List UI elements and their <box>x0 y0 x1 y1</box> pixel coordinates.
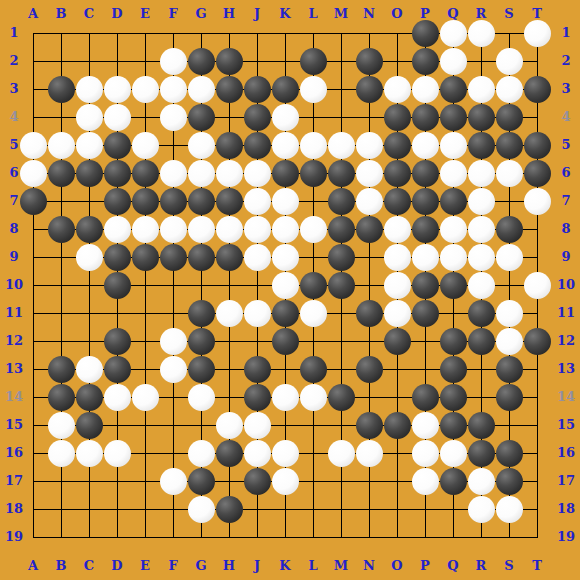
intersection-T6[interactable] <box>523 159 551 187</box>
intersection-G8[interactable] <box>187 215 215 243</box>
intersection-C6[interactable] <box>75 159 103 187</box>
intersection-C11[interactable] <box>75 299 103 327</box>
intersection-G19[interactable] <box>187 523 215 551</box>
intersection-K17[interactable] <box>271 467 299 495</box>
intersection-R14[interactable] <box>467 383 495 411</box>
intersection-S16[interactable] <box>495 439 523 467</box>
intersection-R18[interactable] <box>467 495 495 523</box>
intersection-N5[interactable] <box>355 131 383 159</box>
intersection-C3[interactable] <box>75 75 103 103</box>
intersection-M2[interactable] <box>327 47 355 75</box>
intersection-H2[interactable] <box>215 47 243 75</box>
intersection-M6[interactable] <box>327 159 355 187</box>
intersection-E11[interactable] <box>131 299 159 327</box>
intersection-J17[interactable] <box>243 467 271 495</box>
intersection-G9[interactable] <box>187 243 215 271</box>
intersection-C18[interactable] <box>75 495 103 523</box>
intersection-S15[interactable] <box>495 411 523 439</box>
intersection-E15[interactable] <box>131 411 159 439</box>
intersection-C1[interactable] <box>75 19 103 47</box>
intersection-T4[interactable] <box>523 103 551 131</box>
intersection-M13[interactable] <box>327 355 355 383</box>
intersection-H9[interactable] <box>215 243 243 271</box>
intersection-F2[interactable] <box>159 47 187 75</box>
intersection-H15[interactable] <box>215 411 243 439</box>
intersection-N8[interactable] <box>355 215 383 243</box>
intersection-M3[interactable] <box>327 75 355 103</box>
intersection-K5[interactable] <box>271 131 299 159</box>
intersection-H19[interactable] <box>215 523 243 551</box>
intersection-P14[interactable] <box>411 383 439 411</box>
intersection-E19[interactable] <box>131 523 159 551</box>
intersection-N2[interactable] <box>355 47 383 75</box>
intersection-R7[interactable] <box>467 187 495 215</box>
intersection-S5[interactable] <box>495 131 523 159</box>
intersection-D2[interactable] <box>103 47 131 75</box>
intersection-R15[interactable] <box>467 411 495 439</box>
intersection-P10[interactable] <box>411 271 439 299</box>
intersection-F5[interactable] <box>159 131 187 159</box>
intersection-H18[interactable] <box>215 495 243 523</box>
intersection-A15[interactable] <box>19 411 47 439</box>
intersection-N11[interactable] <box>355 299 383 327</box>
intersection-O13[interactable] <box>383 355 411 383</box>
intersection-N10[interactable] <box>355 271 383 299</box>
intersection-D17[interactable] <box>103 467 131 495</box>
intersection-E14[interactable] <box>131 383 159 411</box>
intersection-B17[interactable] <box>47 467 75 495</box>
intersection-T18[interactable] <box>523 495 551 523</box>
intersection-M7[interactable] <box>327 187 355 215</box>
intersection-T16[interactable] <box>523 439 551 467</box>
intersection-L13[interactable] <box>299 355 327 383</box>
intersection-K3[interactable] <box>271 75 299 103</box>
intersection-K7[interactable] <box>271 187 299 215</box>
intersection-F3[interactable] <box>159 75 187 103</box>
intersection-H14[interactable] <box>215 383 243 411</box>
intersection-L19[interactable] <box>299 523 327 551</box>
intersection-N18[interactable] <box>355 495 383 523</box>
intersection-B7[interactable] <box>47 187 75 215</box>
intersection-G4[interactable] <box>187 103 215 131</box>
intersection-K19[interactable] <box>271 523 299 551</box>
intersection-S7[interactable] <box>495 187 523 215</box>
intersection-T11[interactable] <box>523 299 551 327</box>
intersection-A3[interactable] <box>19 75 47 103</box>
intersection-N7[interactable] <box>355 187 383 215</box>
intersection-A13[interactable] <box>19 355 47 383</box>
intersection-H17[interactable] <box>215 467 243 495</box>
intersection-H3[interactable] <box>215 75 243 103</box>
intersection-G13[interactable] <box>187 355 215 383</box>
intersection-H13[interactable] <box>215 355 243 383</box>
intersection-J3[interactable] <box>243 75 271 103</box>
intersection-A8[interactable] <box>19 215 47 243</box>
intersection-D13[interactable] <box>103 355 131 383</box>
intersection-O4[interactable] <box>383 103 411 131</box>
intersection-S2[interactable] <box>495 47 523 75</box>
intersection-S6[interactable] <box>495 159 523 187</box>
intersection-Q13[interactable] <box>439 355 467 383</box>
intersection-H12[interactable] <box>215 327 243 355</box>
intersection-B6[interactable] <box>47 159 75 187</box>
intersection-N9[interactable] <box>355 243 383 271</box>
intersection-R1[interactable] <box>467 19 495 47</box>
intersection-M14[interactable] <box>327 383 355 411</box>
intersection-F14[interactable] <box>159 383 187 411</box>
intersection-N16[interactable] <box>355 439 383 467</box>
intersection-E13[interactable] <box>131 355 159 383</box>
intersection-E10[interactable] <box>131 271 159 299</box>
intersection-M12[interactable] <box>327 327 355 355</box>
intersection-D16[interactable] <box>103 439 131 467</box>
intersection-G10[interactable] <box>187 271 215 299</box>
intersection-G3[interactable] <box>187 75 215 103</box>
intersection-J1[interactable] <box>243 19 271 47</box>
intersection-C16[interactable] <box>75 439 103 467</box>
intersection-A16[interactable] <box>19 439 47 467</box>
intersection-T12[interactable] <box>523 327 551 355</box>
intersection-B12[interactable] <box>47 327 75 355</box>
intersection-L17[interactable] <box>299 467 327 495</box>
intersection-M4[interactable] <box>327 103 355 131</box>
intersection-D7[interactable] <box>103 187 131 215</box>
intersection-E8[interactable] <box>131 215 159 243</box>
intersection-A18[interactable] <box>19 495 47 523</box>
intersection-R12[interactable] <box>467 327 495 355</box>
intersection-L15[interactable] <box>299 411 327 439</box>
intersection-R6[interactable] <box>467 159 495 187</box>
intersection-B13[interactable] <box>47 355 75 383</box>
intersection-L8[interactable] <box>299 215 327 243</box>
intersection-J14[interactable] <box>243 383 271 411</box>
intersection-H11[interactable] <box>215 299 243 327</box>
intersection-K12[interactable] <box>271 327 299 355</box>
intersection-P2[interactable] <box>411 47 439 75</box>
intersection-E9[interactable] <box>131 243 159 271</box>
intersection-C14[interactable] <box>75 383 103 411</box>
intersection-O16[interactable] <box>383 439 411 467</box>
intersection-Q3[interactable] <box>439 75 467 103</box>
intersection-K14[interactable] <box>271 383 299 411</box>
intersection-L10[interactable] <box>299 271 327 299</box>
intersection-N4[interactable] <box>355 103 383 131</box>
intersection-F9[interactable] <box>159 243 187 271</box>
intersection-J19[interactable] <box>243 523 271 551</box>
intersection-S8[interactable] <box>495 215 523 243</box>
intersection-P17[interactable] <box>411 467 439 495</box>
intersection-H7[interactable] <box>215 187 243 215</box>
intersection-L3[interactable] <box>299 75 327 103</box>
intersection-D6[interactable] <box>103 159 131 187</box>
intersection-R11[interactable] <box>467 299 495 327</box>
intersection-H16[interactable] <box>215 439 243 467</box>
intersection-F4[interactable] <box>159 103 187 131</box>
intersection-S19[interactable] <box>495 523 523 551</box>
intersection-J8[interactable] <box>243 215 271 243</box>
intersection-Q12[interactable] <box>439 327 467 355</box>
intersection-K8[interactable] <box>271 215 299 243</box>
intersection-A6[interactable] <box>19 159 47 187</box>
intersection-D5[interactable] <box>103 131 131 159</box>
intersection-Q15[interactable] <box>439 411 467 439</box>
intersection-C4[interactable] <box>75 103 103 131</box>
intersection-A14[interactable] <box>19 383 47 411</box>
intersection-T2[interactable] <box>523 47 551 75</box>
intersection-M18[interactable] <box>327 495 355 523</box>
intersection-G16[interactable] <box>187 439 215 467</box>
intersection-K4[interactable] <box>271 103 299 131</box>
intersection-F18[interactable] <box>159 495 187 523</box>
intersection-P15[interactable] <box>411 411 439 439</box>
intersection-S11[interactable] <box>495 299 523 327</box>
intersection-E2[interactable] <box>131 47 159 75</box>
intersection-B2[interactable] <box>47 47 75 75</box>
intersection-G14[interactable] <box>187 383 215 411</box>
intersection-D4[interactable] <box>103 103 131 131</box>
intersection-D19[interactable] <box>103 523 131 551</box>
intersection-J5[interactable] <box>243 131 271 159</box>
intersection-M17[interactable] <box>327 467 355 495</box>
intersection-S1[interactable] <box>495 19 523 47</box>
intersection-K10[interactable] <box>271 271 299 299</box>
intersection-F7[interactable] <box>159 187 187 215</box>
intersection-Q19[interactable] <box>439 523 467 551</box>
intersection-M8[interactable] <box>327 215 355 243</box>
intersection-D15[interactable] <box>103 411 131 439</box>
intersection-A12[interactable] <box>19 327 47 355</box>
intersection-L6[interactable] <box>299 159 327 187</box>
intersection-C9[interactable] <box>75 243 103 271</box>
intersection-R2[interactable] <box>467 47 495 75</box>
intersection-P13[interactable] <box>411 355 439 383</box>
intersection-O3[interactable] <box>383 75 411 103</box>
intersection-R13[interactable] <box>467 355 495 383</box>
intersection-L1[interactable] <box>299 19 327 47</box>
intersection-M15[interactable] <box>327 411 355 439</box>
intersection-H5[interactable] <box>215 131 243 159</box>
intersection-R19[interactable] <box>467 523 495 551</box>
intersection-O15[interactable] <box>383 411 411 439</box>
intersection-E17[interactable] <box>131 467 159 495</box>
intersection-O8[interactable] <box>383 215 411 243</box>
intersection-F17[interactable] <box>159 467 187 495</box>
intersection-H1[interactable] <box>215 19 243 47</box>
intersection-Q18[interactable] <box>439 495 467 523</box>
intersection-L9[interactable] <box>299 243 327 271</box>
intersection-Q6[interactable] <box>439 159 467 187</box>
intersection-K18[interactable] <box>271 495 299 523</box>
intersection-L4[interactable] <box>299 103 327 131</box>
intersection-P19[interactable] <box>411 523 439 551</box>
intersection-L16[interactable] <box>299 439 327 467</box>
intersection-P18[interactable] <box>411 495 439 523</box>
intersection-R3[interactable] <box>467 75 495 103</box>
intersection-F19[interactable] <box>159 523 187 551</box>
intersection-S13[interactable] <box>495 355 523 383</box>
intersection-P12[interactable] <box>411 327 439 355</box>
intersection-D12[interactable] <box>103 327 131 355</box>
intersection-P1[interactable] <box>411 19 439 47</box>
intersection-F6[interactable] <box>159 159 187 187</box>
intersection-H4[interactable] <box>215 103 243 131</box>
intersection-O7[interactable] <box>383 187 411 215</box>
intersection-Q8[interactable] <box>439 215 467 243</box>
intersection-P8[interactable] <box>411 215 439 243</box>
intersection-K11[interactable] <box>271 299 299 327</box>
intersection-G17[interactable] <box>187 467 215 495</box>
intersection-S9[interactable] <box>495 243 523 271</box>
intersection-S4[interactable] <box>495 103 523 131</box>
intersection-O9[interactable] <box>383 243 411 271</box>
intersection-B14[interactable] <box>47 383 75 411</box>
intersection-N1[interactable] <box>355 19 383 47</box>
intersection-Q10[interactable] <box>439 271 467 299</box>
intersection-D18[interactable] <box>103 495 131 523</box>
intersection-K13[interactable] <box>271 355 299 383</box>
intersection-G11[interactable] <box>187 299 215 327</box>
intersection-D11[interactable] <box>103 299 131 327</box>
intersection-P7[interactable] <box>411 187 439 215</box>
intersection-K1[interactable] <box>271 19 299 47</box>
intersection-C19[interactable] <box>75 523 103 551</box>
intersection-L14[interactable] <box>299 383 327 411</box>
intersection-S3[interactable] <box>495 75 523 103</box>
intersection-T19[interactable] <box>523 523 551 551</box>
intersection-N17[interactable] <box>355 467 383 495</box>
intersection-O10[interactable] <box>383 271 411 299</box>
intersection-N15[interactable] <box>355 411 383 439</box>
intersection-C12[interactable] <box>75 327 103 355</box>
intersection-B1[interactable] <box>47 19 75 47</box>
intersection-C5[interactable] <box>75 131 103 159</box>
intersection-P11[interactable] <box>411 299 439 327</box>
intersection-N19[interactable] <box>355 523 383 551</box>
intersection-Q2[interactable] <box>439 47 467 75</box>
intersection-S12[interactable] <box>495 327 523 355</box>
intersection-P6[interactable] <box>411 159 439 187</box>
intersection-O17[interactable] <box>383 467 411 495</box>
intersection-J11[interactable] <box>243 299 271 327</box>
intersection-J10[interactable] <box>243 271 271 299</box>
intersection-Q5[interactable] <box>439 131 467 159</box>
intersection-R16[interactable] <box>467 439 495 467</box>
intersection-A9[interactable] <box>19 243 47 271</box>
intersection-L7[interactable] <box>299 187 327 215</box>
intersection-E7[interactable] <box>131 187 159 215</box>
intersection-M1[interactable] <box>327 19 355 47</box>
intersection-D14[interactable] <box>103 383 131 411</box>
intersection-Q4[interactable] <box>439 103 467 131</box>
intersection-T8[interactable] <box>523 215 551 243</box>
intersection-T10[interactable] <box>523 271 551 299</box>
intersection-F15[interactable] <box>159 411 187 439</box>
intersection-H8[interactable] <box>215 215 243 243</box>
intersection-D10[interactable] <box>103 271 131 299</box>
intersection-J2[interactable] <box>243 47 271 75</box>
intersection-P5[interactable] <box>411 131 439 159</box>
intersection-L18[interactable] <box>299 495 327 523</box>
intersection-J4[interactable] <box>243 103 271 131</box>
intersection-R8[interactable] <box>467 215 495 243</box>
intersection-M19[interactable] <box>327 523 355 551</box>
intersection-N14[interactable] <box>355 383 383 411</box>
intersection-A10[interactable] <box>19 271 47 299</box>
intersection-J15[interactable] <box>243 411 271 439</box>
intersection-R10[interactable] <box>467 271 495 299</box>
intersection-C17[interactable] <box>75 467 103 495</box>
intersection-G18[interactable] <box>187 495 215 523</box>
intersection-R4[interactable] <box>467 103 495 131</box>
intersection-H6[interactable] <box>215 159 243 187</box>
intersection-A1[interactable] <box>19 19 47 47</box>
intersection-B11[interactable] <box>47 299 75 327</box>
intersection-C2[interactable] <box>75 47 103 75</box>
intersection-B10[interactable] <box>47 271 75 299</box>
intersection-M16[interactable] <box>327 439 355 467</box>
intersection-G5[interactable] <box>187 131 215 159</box>
intersection-A19[interactable] <box>19 523 47 551</box>
intersection-C15[interactable] <box>75 411 103 439</box>
intersection-K2[interactable] <box>271 47 299 75</box>
intersection-A4[interactable] <box>19 103 47 131</box>
intersection-P3[interactable] <box>411 75 439 103</box>
intersection-J7[interactable] <box>243 187 271 215</box>
intersection-O19[interactable] <box>383 523 411 551</box>
intersection-K16[interactable] <box>271 439 299 467</box>
intersection-H10[interactable] <box>215 271 243 299</box>
intersection-E3[interactable] <box>131 75 159 103</box>
intersection-A5[interactable] <box>19 131 47 159</box>
intersection-T14[interactable] <box>523 383 551 411</box>
intersection-O2[interactable] <box>383 47 411 75</box>
intersection-A11[interactable] <box>19 299 47 327</box>
intersection-S14[interactable] <box>495 383 523 411</box>
intersection-B16[interactable] <box>47 439 75 467</box>
intersection-B15[interactable] <box>47 411 75 439</box>
intersection-S10[interactable] <box>495 271 523 299</box>
intersection-A7[interactable] <box>19 187 47 215</box>
intersection-L5[interactable] <box>299 131 327 159</box>
intersection-T3[interactable] <box>523 75 551 103</box>
intersection-G1[interactable] <box>187 19 215 47</box>
intersection-J16[interactable] <box>243 439 271 467</box>
intersection-L2[interactable] <box>299 47 327 75</box>
intersection-E5[interactable] <box>131 131 159 159</box>
intersection-K15[interactable] <box>271 411 299 439</box>
intersection-Q17[interactable] <box>439 467 467 495</box>
intersection-G7[interactable] <box>187 187 215 215</box>
intersection-O12[interactable] <box>383 327 411 355</box>
intersection-B19[interactable] <box>47 523 75 551</box>
intersection-T17[interactable] <box>523 467 551 495</box>
intersection-R5[interactable] <box>467 131 495 159</box>
intersection-E12[interactable] <box>131 327 159 355</box>
intersection-E6[interactable] <box>131 159 159 187</box>
intersection-N13[interactable] <box>355 355 383 383</box>
intersection-M5[interactable] <box>327 131 355 159</box>
intersection-T9[interactable] <box>523 243 551 271</box>
intersection-O1[interactable] <box>383 19 411 47</box>
intersection-Q7[interactable] <box>439 187 467 215</box>
intersection-D9[interactable] <box>103 243 131 271</box>
intersection-E4[interactable] <box>131 103 159 131</box>
intersection-T7[interactable] <box>523 187 551 215</box>
intersection-B8[interactable] <box>47 215 75 243</box>
intersection-G15[interactable] <box>187 411 215 439</box>
intersection-Q16[interactable] <box>439 439 467 467</box>
intersection-B3[interactable] <box>47 75 75 103</box>
